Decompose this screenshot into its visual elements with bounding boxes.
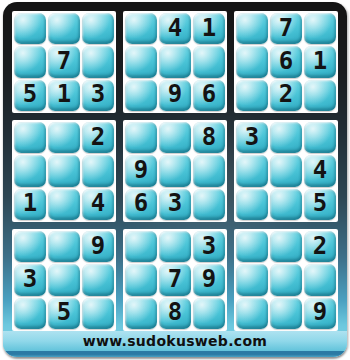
cell-r1c8[interactable]: 7 xyxy=(270,13,302,44)
given-digit: 8 xyxy=(168,300,182,324)
cell-r6c3[interactable]: 4 xyxy=(82,189,114,220)
given-digit: 1 xyxy=(313,49,327,73)
cell-r6c8[interactable] xyxy=(270,189,302,220)
cell-r8c8[interactable] xyxy=(270,264,302,295)
cell-r6c9[interactable]: 5 xyxy=(304,189,336,220)
cell-r4c3[interactable]: 2 xyxy=(82,122,114,153)
cell-r3c5[interactable]: 9 xyxy=(159,80,191,111)
cell-r3c3[interactable]: 3 xyxy=(82,80,114,111)
given-digit: 9 xyxy=(134,158,148,182)
cell-r4c6[interactable]: 8 xyxy=(193,122,225,153)
given-digit: 1 xyxy=(202,16,216,40)
cell-r5c7[interactable] xyxy=(236,155,268,186)
cell-r5c3[interactable] xyxy=(82,155,114,186)
box-1: 7513 xyxy=(12,11,116,113)
given-digit: 1 xyxy=(23,191,37,215)
cell-r9c9[interactable]: 9 xyxy=(304,298,336,329)
cell-r8c7[interactable] xyxy=(236,264,268,295)
sudoku-board: 7513419676122148963345935379829 xyxy=(12,11,338,331)
cell-r3c4[interactable] xyxy=(125,80,157,111)
box-9: 29 xyxy=(234,229,338,331)
given-digit: 2 xyxy=(313,234,327,258)
given-digit: 3 xyxy=(23,267,37,291)
cell-r9c5[interactable]: 8 xyxy=(159,298,191,329)
cell-r5c9[interactable]: 4 xyxy=(304,155,336,186)
cell-r5c8[interactable] xyxy=(270,155,302,186)
cell-r1c4[interactable] xyxy=(125,13,157,44)
cell-r7c7[interactable] xyxy=(236,231,268,262)
cell-r7c5[interactable] xyxy=(159,231,191,262)
cell-r1c9[interactable] xyxy=(304,13,336,44)
given-digit: 9 xyxy=(91,234,105,258)
cell-r6c1[interactable]: 1 xyxy=(14,189,46,220)
cell-r3c9[interactable] xyxy=(304,80,336,111)
cell-r9c2[interactable]: 5 xyxy=(48,298,80,329)
cell-r5c6[interactable] xyxy=(193,155,225,186)
box-4: 214 xyxy=(12,120,116,222)
given-digit: 7 xyxy=(279,16,293,40)
given-digit: 7 xyxy=(168,267,182,291)
cell-r4c8[interactable] xyxy=(270,122,302,153)
cell-r3c8[interactable]: 2 xyxy=(270,80,302,111)
cell-r3c1[interactable]: 5 xyxy=(14,80,46,111)
cell-r2c4[interactable] xyxy=(125,46,157,77)
cell-r2c9[interactable]: 1 xyxy=(304,46,336,77)
given-digit: 3 xyxy=(168,191,182,215)
cell-r6c7[interactable] xyxy=(236,189,268,220)
cell-r3c7[interactable] xyxy=(236,80,268,111)
cell-r2c2[interactable]: 7 xyxy=(48,46,80,77)
cell-r7c4[interactable] xyxy=(125,231,157,262)
cell-r4c2[interactable] xyxy=(48,122,80,153)
cell-r8c2[interactable] xyxy=(48,264,80,295)
given-digit: 2 xyxy=(279,82,293,106)
cell-r4c9[interactable] xyxy=(304,122,336,153)
cell-r1c7[interactable] xyxy=(236,13,268,44)
box-7: 935 xyxy=(12,229,116,331)
footer-band: www.sudokusweb.com xyxy=(3,331,347,351)
cell-r7c1[interactable] xyxy=(14,231,46,262)
cell-r2c6[interactable] xyxy=(193,46,225,77)
cell-r7c9[interactable]: 2 xyxy=(304,231,336,262)
cell-r1c3[interactable] xyxy=(82,13,114,44)
box-6: 345 xyxy=(234,120,338,222)
given-digit: 5 xyxy=(23,82,37,106)
cell-r6c6[interactable] xyxy=(193,189,225,220)
given-digit: 7 xyxy=(57,49,71,73)
cell-r8c1[interactable]: 3 xyxy=(14,264,46,295)
cell-r4c5[interactable] xyxy=(159,122,191,153)
given-digit: 1 xyxy=(57,82,71,106)
box-5: 8963 xyxy=(123,120,227,222)
cell-r3c2[interactable]: 1 xyxy=(48,80,80,111)
sudoku-page: 7513419676122148963345935379829 www.sudo… xyxy=(0,0,350,360)
box-8: 3798 xyxy=(123,229,227,331)
cell-r6c5[interactable]: 3 xyxy=(159,189,191,220)
given-digit: 3 xyxy=(202,234,216,258)
cell-r2c5[interactable] xyxy=(159,46,191,77)
cell-r1c5[interactable]: 4 xyxy=(159,13,191,44)
cell-r1c6[interactable]: 1 xyxy=(193,13,225,44)
given-digit: 9 xyxy=(168,82,182,106)
cell-r8c5[interactable]: 7 xyxy=(159,264,191,295)
cell-r9c1[interactable] xyxy=(14,298,46,329)
cell-r4c4[interactable] xyxy=(125,122,157,153)
cell-r1c2[interactable] xyxy=(48,13,80,44)
cell-r2c7[interactable] xyxy=(236,46,268,77)
cell-r9c4[interactable] xyxy=(125,298,157,329)
given-digit: 6 xyxy=(279,49,293,73)
cell-r3c6[interactable]: 6 xyxy=(193,80,225,111)
footer-site-label: www.sudokusweb.com xyxy=(83,333,267,349)
given-digit: 9 xyxy=(202,267,216,291)
cell-r9c6[interactable] xyxy=(193,298,225,329)
given-digit: 4 xyxy=(313,158,327,182)
cell-r2c8[interactable]: 6 xyxy=(270,46,302,77)
cell-r7c3[interactable]: 9 xyxy=(82,231,114,262)
cell-r7c6[interactable]: 3 xyxy=(193,231,225,262)
cell-r9c3[interactable] xyxy=(82,298,114,329)
given-digit: 8 xyxy=(202,125,216,149)
cell-r8c3[interactable] xyxy=(82,264,114,295)
cell-r2c3[interactable] xyxy=(82,46,114,77)
cell-r5c2[interactable] xyxy=(48,155,80,186)
given-digit: 5 xyxy=(313,191,327,215)
given-digit: 9 xyxy=(313,300,327,324)
cell-r8c9[interactable] xyxy=(304,264,336,295)
cell-r8c4[interactable] xyxy=(125,264,157,295)
box-3: 7612 xyxy=(234,11,338,113)
cell-r7c2[interactable] xyxy=(48,231,80,262)
cell-r7c8[interactable] xyxy=(270,231,302,262)
cell-r2c1[interactable] xyxy=(14,46,46,77)
box-2: 4196 xyxy=(123,11,227,113)
cell-r9c7[interactable] xyxy=(236,298,268,329)
cell-r5c1[interactable] xyxy=(14,155,46,186)
cell-r4c1[interactable] xyxy=(14,122,46,153)
cell-r6c2[interactable] xyxy=(48,189,80,220)
cell-r6c4[interactable]: 6 xyxy=(125,189,157,220)
given-digit: 4 xyxy=(91,191,105,215)
cell-r5c5[interactable] xyxy=(159,155,191,186)
cell-r8c6[interactable]: 9 xyxy=(193,264,225,295)
cell-r5c4[interactable]: 9 xyxy=(125,155,157,186)
given-digit: 6 xyxy=(134,191,148,215)
cell-r4c7[interactable]: 3 xyxy=(236,122,268,153)
cell-r1c1[interactable] xyxy=(14,13,46,44)
cell-r9c8[interactable] xyxy=(270,298,302,329)
given-digit: 5 xyxy=(57,300,71,324)
board-frame: 7513419676122148963345935379829 www.sudo… xyxy=(3,2,347,357)
given-digit: 2 xyxy=(91,125,105,149)
given-digit: 4 xyxy=(168,16,182,40)
given-digit: 3 xyxy=(245,125,259,149)
given-digit: 3 xyxy=(91,82,105,106)
given-digit: 6 xyxy=(202,82,216,106)
